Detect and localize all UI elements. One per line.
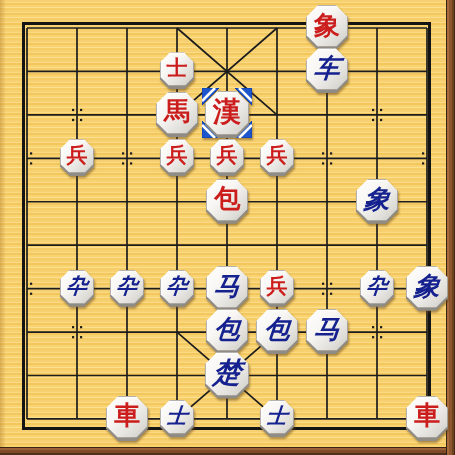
red-chariot[interactable]: 車 bbox=[106, 396, 148, 438]
blue-elephant-glyph: 象 bbox=[354, 178, 400, 220]
red-chariot-glyph: 車 bbox=[106, 395, 148, 437]
red-soldier-glyph: 兵 bbox=[210, 138, 244, 172]
blue-chariot-glyph: 车 bbox=[304, 47, 350, 89]
red-soldier[interactable]: 兵 bbox=[260, 270, 294, 304]
red-soldier[interactable]: 兵 bbox=[210, 139, 244, 173]
pieces-layer: 象士馬漢兵兵兵兵包兵車車车象卆卆卆马卆象包包马楚士士 bbox=[0, 0, 455, 455]
red-chariot-glyph: 車 bbox=[406, 395, 448, 437]
blue-horse[interactable]: 马 bbox=[206, 266, 248, 308]
blue-cannon[interactable]: 包 bbox=[256, 309, 298, 351]
blue-soldier-glyph: 卆 bbox=[159, 269, 196, 303]
blue-king[interactable]: 楚 bbox=[205, 352, 249, 396]
janggi-board: 象士馬漢兵兵兵兵包兵車車车象卆卆卆马卆象包包马楚士士 bbox=[0, 0, 455, 455]
red-soldier[interactable]: 兵 bbox=[60, 139, 94, 173]
red-soldier-glyph: 兵 bbox=[260, 138, 294, 172]
red-elephant[interactable]: 象 bbox=[306, 5, 348, 47]
blue-advisor-glyph: 士 bbox=[259, 399, 296, 433]
blue-cannon[interactable]: 包 bbox=[206, 309, 248, 351]
blue-cannon-glyph: 包 bbox=[254, 308, 300, 350]
blue-soldier[interactable]: 卆 bbox=[360, 270, 394, 304]
red-chariot[interactable]: 車 bbox=[406, 396, 448, 438]
red-horse-glyph: 馬 bbox=[156, 91, 198, 133]
blue-elephant[interactable]: 象 bbox=[356, 179, 398, 221]
red-king-glyph: 漢 bbox=[205, 90, 249, 134]
blue-soldier-glyph: 卆 bbox=[59, 269, 96, 303]
red-soldier[interactable]: 兵 bbox=[260, 139, 294, 173]
blue-soldier[interactable]: 卆 bbox=[110, 270, 144, 304]
blue-elephant-glyph: 象 bbox=[404, 265, 450, 307]
red-cannon-glyph: 包 bbox=[206, 178, 248, 220]
red-soldier-glyph: 兵 bbox=[260, 269, 294, 303]
blue-advisor[interactable]: 士 bbox=[260, 400, 294, 434]
blue-soldier[interactable]: 卆 bbox=[60, 270, 94, 304]
red-advisor-glyph: 士 bbox=[160, 51, 194, 85]
blue-soldier-glyph: 卆 bbox=[109, 269, 146, 303]
blue-advisor[interactable]: 士 bbox=[160, 400, 194, 434]
red-soldier[interactable]: 兵 bbox=[160, 139, 194, 173]
red-king-selected[interactable]: 漢 bbox=[205, 91, 249, 135]
red-advisor[interactable]: 士 bbox=[160, 52, 194, 86]
blue-chariot[interactable]: 车 bbox=[306, 48, 348, 90]
red-soldier-glyph: 兵 bbox=[60, 138, 94, 172]
blue-horse-glyph: 马 bbox=[204, 265, 250, 307]
blue-cannon-glyph: 包 bbox=[204, 308, 250, 350]
blue-soldier-glyph: 卆 bbox=[359, 269, 396, 303]
blue-elephant[interactable]: 象 bbox=[406, 266, 448, 308]
red-cannon[interactable]: 包 bbox=[206, 179, 248, 221]
red-elephant-glyph: 象 bbox=[306, 4, 348, 46]
red-horse[interactable]: 馬 bbox=[156, 92, 198, 134]
blue-advisor-glyph: 士 bbox=[159, 399, 196, 433]
blue-horse-glyph: 马 bbox=[304, 308, 350, 350]
blue-horse[interactable]: 马 bbox=[306, 309, 348, 351]
blue-king-glyph: 楚 bbox=[203, 351, 251, 395]
blue-soldier[interactable]: 卆 bbox=[160, 270, 194, 304]
red-soldier-glyph: 兵 bbox=[160, 138, 194, 172]
